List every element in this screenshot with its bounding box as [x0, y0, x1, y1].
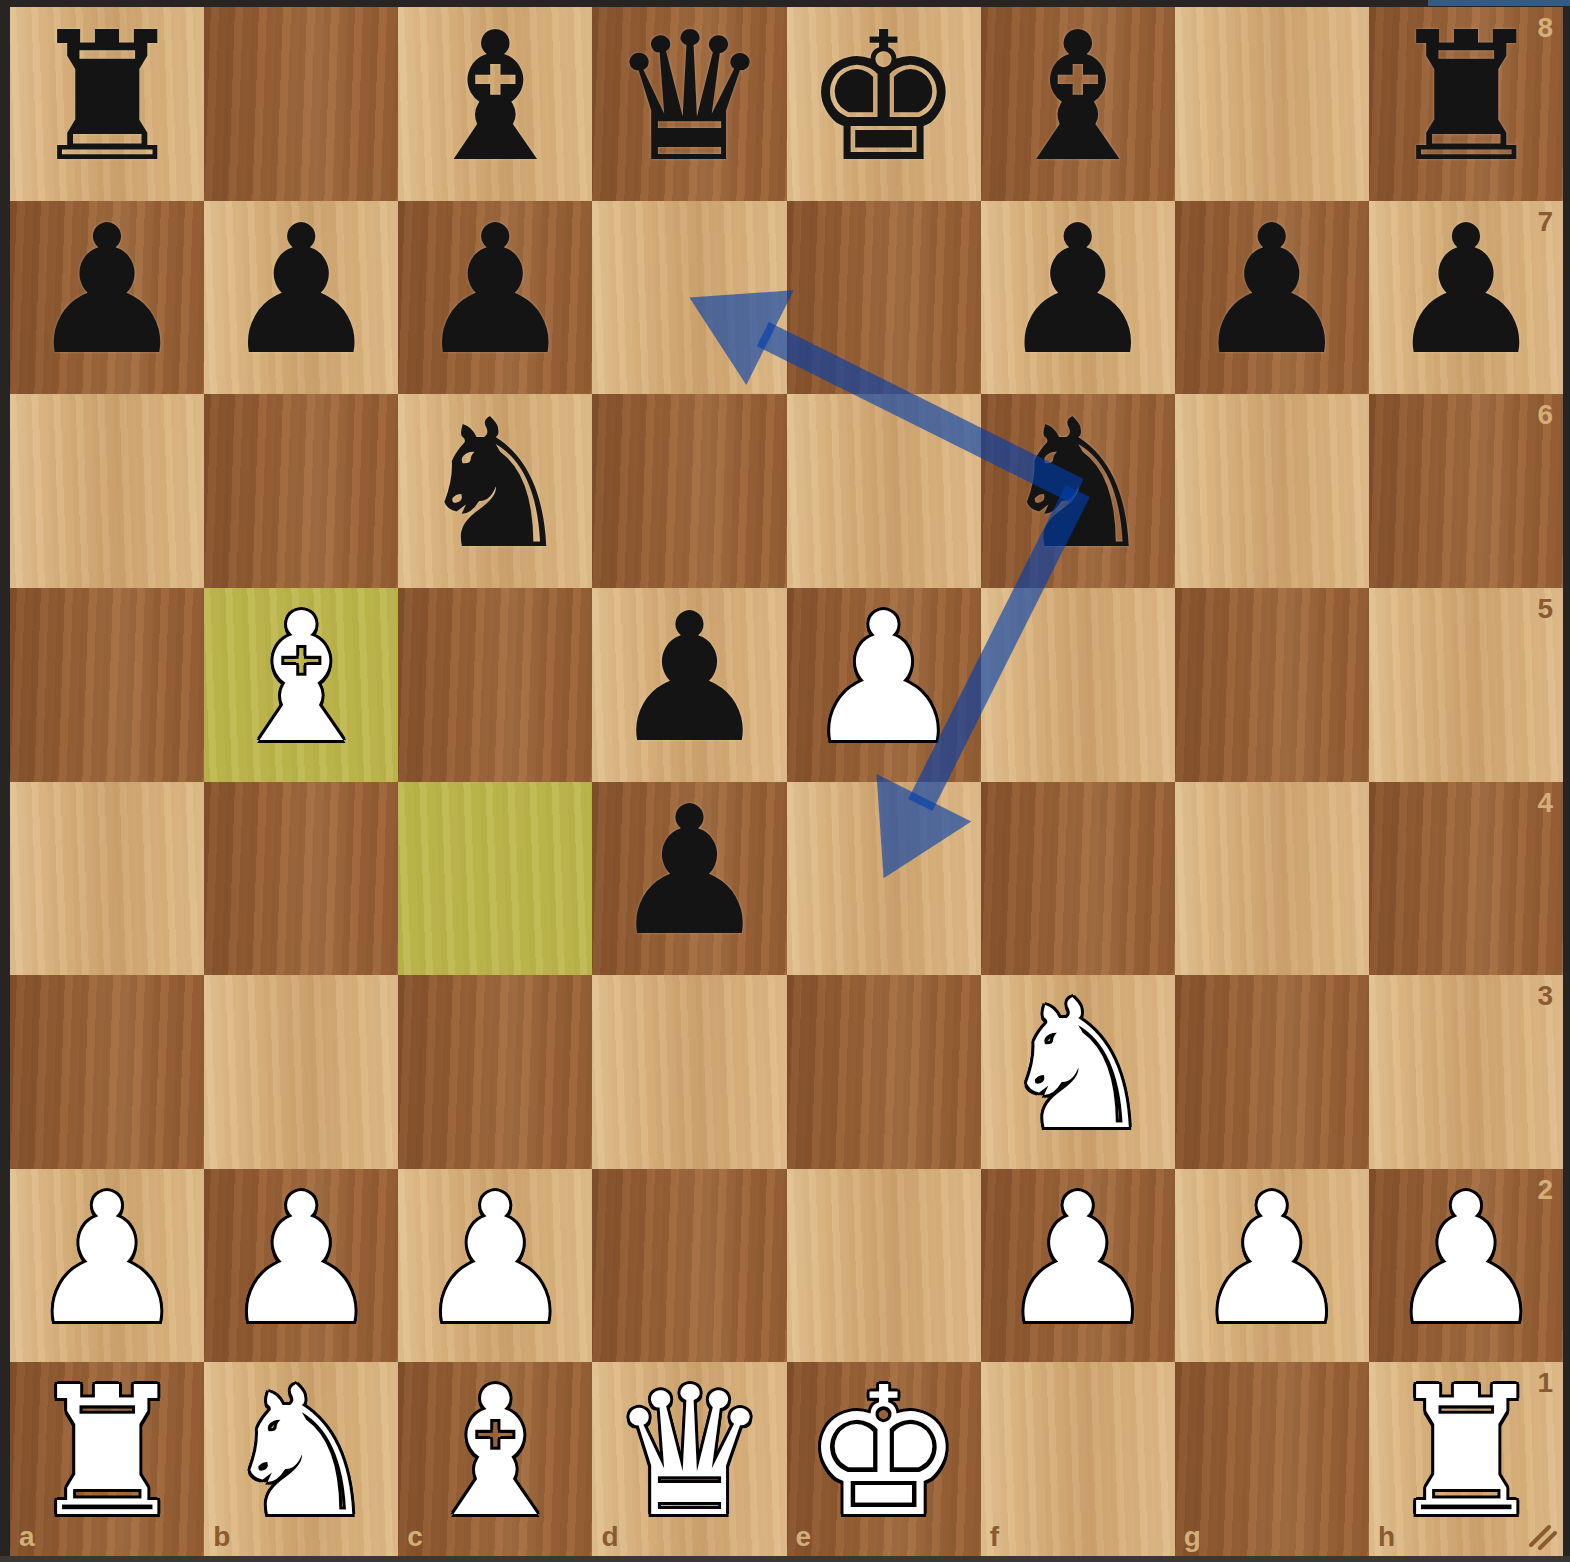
square-f4[interactable]: [981, 782, 1175, 976]
square-b6[interactable]: [204, 394, 398, 588]
chess-board[interactable]: ♜♝♛♚♝♜8♟♟♟♟♟♟7♞♞6♝♟♟5♟4♞3♟♟♟♟♟♟2♜a♞b♝c♛d…: [10, 7, 1563, 1556]
piece-white-pawn[interactable]: ♟: [416, 1171, 576, 1349]
square-f3[interactable]: ♞: [981, 975, 1175, 1169]
piece-black-knight[interactable]: ♞: [416, 396, 576, 574]
piece-black-knight[interactable]: ♞: [998, 396, 1158, 574]
square-b4[interactable]: [204, 782, 398, 976]
piece-white-bishop[interactable]: ♝: [416, 1364, 576, 1542]
piece-black-rook[interactable]: ♜: [1386, 9, 1546, 187]
square-b1[interactable]: ♞b: [204, 1362, 398, 1556]
coord-file-h: h: [1378, 1523, 1395, 1551]
board-resize-handle-icon[interactable]: [1527, 1520, 1557, 1550]
square-c1[interactable]: ♝c: [398, 1362, 592, 1556]
coord-file-c: c: [407, 1523, 423, 1551]
piece-white-queen[interactable]: ♛: [610, 1364, 770, 1542]
coord-file-a: a: [19, 1523, 35, 1551]
coord-rank-4: 4: [1537, 789, 1553, 817]
square-g3[interactable]: [1175, 975, 1369, 1169]
square-g5[interactable]: [1175, 588, 1369, 782]
piece-white-king[interactable]: ♚: [804, 1364, 964, 1542]
square-f2[interactable]: ♟: [981, 1169, 1175, 1363]
coord-file-g: g: [1184, 1523, 1201, 1551]
square-b2[interactable]: ♟: [204, 1169, 398, 1363]
square-e5[interactable]: ♟: [787, 588, 981, 782]
square-d8[interactable]: ♛: [592, 7, 786, 201]
coord-rank-5: 5: [1537, 595, 1553, 623]
piece-black-rook[interactable]: ♜: [27, 9, 187, 187]
square-d2[interactable]: [592, 1169, 786, 1363]
piece-white-knight[interactable]: ♞: [221, 1364, 381, 1542]
square-c3[interactable]: [398, 975, 592, 1169]
square-a3[interactable]: [10, 975, 204, 1169]
square-h4[interactable]: 4: [1369, 782, 1563, 976]
coord-file-f: f: [990, 1523, 999, 1551]
piece-black-pawn[interactable]: ♟: [998, 202, 1158, 380]
piece-black-pawn[interactable]: ♟: [221, 202, 381, 380]
piece-white-pawn[interactable]: ♟: [1192, 1171, 1352, 1349]
coord-rank-6: 6: [1537, 401, 1553, 429]
piece-white-knight[interactable]: ♞: [998, 977, 1158, 1155]
coord-rank-2: 2: [1537, 1176, 1553, 1204]
square-g1[interactable]: g: [1175, 1362, 1369, 1556]
piece-white-pawn[interactable]: ♟: [1386, 1171, 1546, 1349]
page-bottom-strip: [0, 1556, 1570, 1562]
square-d5[interactable]: ♟: [592, 588, 786, 782]
square-a5[interactable]: [10, 588, 204, 782]
piece-white-rook[interactable]: ♜: [1386, 1364, 1546, 1542]
square-h2[interactable]: ♟2: [1369, 1169, 1563, 1363]
square-g8[interactable]: [1175, 7, 1369, 201]
square-h7[interactable]: ♟7: [1369, 201, 1563, 395]
square-g2[interactable]: ♟: [1175, 1169, 1369, 1363]
piece-white-pawn[interactable]: ♟: [804, 590, 964, 768]
top-right-accent-bar: [1428, 0, 1570, 6]
piece-white-rook[interactable]: ♜: [27, 1364, 187, 1542]
piece-black-pawn[interactable]: ♟: [610, 590, 770, 768]
piece-black-queen[interactable]: ♛: [610, 9, 770, 187]
square-d1[interactable]: ♛d: [592, 1362, 786, 1556]
coord-rank-7: 7: [1537, 208, 1553, 236]
square-c8[interactable]: ♝: [398, 7, 592, 201]
square-e8[interactable]: ♚: [787, 7, 981, 201]
piece-black-pawn[interactable]: ♟: [610, 783, 770, 961]
square-e2[interactable]: [787, 1169, 981, 1363]
square-g6[interactable]: [1175, 394, 1369, 588]
square-a8[interactable]: ♜: [10, 7, 204, 201]
square-a6[interactable]: [10, 394, 204, 588]
square-f7[interactable]: ♟: [981, 201, 1175, 395]
square-c5[interactable]: [398, 588, 592, 782]
coord-rank-1: 1: [1537, 1369, 1553, 1397]
coord-rank-8: 8: [1537, 14, 1553, 42]
piece-white-pawn[interactable]: ♟: [998, 1171, 1158, 1349]
square-h8[interactable]: ♜8: [1369, 7, 1563, 201]
square-f5[interactable]: [981, 588, 1175, 782]
square-a1[interactable]: ♜a: [10, 1362, 204, 1556]
square-d3[interactable]: [592, 975, 786, 1169]
square-d7[interactable]: [592, 201, 786, 395]
square-e6[interactable]: [787, 394, 981, 588]
square-b7[interactable]: ♟: [204, 201, 398, 395]
coord-rank-3: 3: [1537, 982, 1553, 1010]
square-c6[interactable]: ♞: [398, 394, 592, 588]
square-a7[interactable]: ♟: [10, 201, 204, 395]
square-c4[interactable]: [398, 782, 592, 976]
square-h6[interactable]: 6: [1369, 394, 1563, 588]
square-e1[interactable]: ♚e: [787, 1362, 981, 1556]
piece-white-pawn[interactable]: ♟: [27, 1171, 187, 1349]
piece-black-king[interactable]: ♚: [804, 9, 964, 187]
piece-black-pawn[interactable]: ♟: [1192, 202, 1352, 380]
square-b3[interactable]: [204, 975, 398, 1169]
square-f8[interactable]: ♝: [981, 7, 1175, 201]
square-e3[interactable]: [787, 975, 981, 1169]
piece-white-bishop[interactable]: ♝: [221, 590, 381, 768]
square-g4[interactable]: [1175, 782, 1369, 976]
coord-file-d: d: [601, 1523, 618, 1551]
square-f6[interactable]: ♞: [981, 394, 1175, 588]
square-a2[interactable]: ♟: [10, 1169, 204, 1363]
square-d4[interactable]: ♟: [592, 782, 786, 976]
piece-black-bishop[interactable]: ♝: [998, 9, 1158, 187]
piece-black-pawn[interactable]: ♟: [27, 202, 187, 380]
coord-file-e: e: [796, 1523, 812, 1551]
piece-black-pawn[interactable]: ♟: [416, 202, 576, 380]
coord-file-b: b: [213, 1523, 230, 1551]
square-f1[interactable]: f: [981, 1362, 1175, 1556]
square-e4[interactable]: [787, 782, 981, 976]
square-b8[interactable]: [204, 7, 398, 201]
square-a4[interactable]: [10, 782, 204, 976]
square-c7[interactable]: ♟: [398, 201, 592, 395]
piece-white-pawn[interactable]: ♟: [221, 1171, 381, 1349]
square-h3[interactable]: 3: [1369, 975, 1563, 1169]
piece-black-bishop[interactable]: ♝: [416, 9, 576, 187]
square-e7[interactable]: [787, 201, 981, 395]
square-g7[interactable]: ♟: [1175, 201, 1369, 395]
square-d6[interactable]: [592, 394, 786, 588]
square-h1[interactable]: ♜1h: [1369, 1362, 1563, 1556]
square-c2[interactable]: ♟: [398, 1169, 592, 1363]
piece-black-pawn[interactable]: ♟: [1386, 202, 1546, 380]
square-h5[interactable]: 5: [1369, 588, 1563, 782]
square-b5[interactable]: ♝: [204, 588, 398, 782]
